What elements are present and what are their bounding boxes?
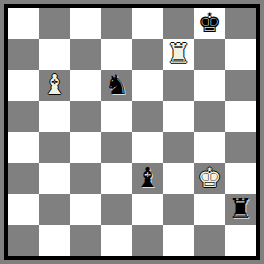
square-c7[interactable]: [70, 39, 101, 70]
square-c2[interactable]: [70, 194, 101, 225]
square-g7[interactable]: [194, 39, 225, 70]
square-g8[interactable]: ♚: [194, 8, 225, 39]
square-d5[interactable]: [101, 101, 132, 132]
square-h8[interactable]: [225, 8, 256, 39]
square-h7[interactable]: [225, 39, 256, 70]
square-e7[interactable]: [132, 39, 163, 70]
board-border: ♚♜♝♞♝♚♜: [4, 4, 260, 260]
square-h1[interactable]: [225, 225, 256, 256]
square-a5[interactable]: [8, 101, 39, 132]
square-d4[interactable]: [101, 132, 132, 163]
square-g2[interactable]: [194, 194, 225, 225]
square-f5[interactable]: [163, 101, 194, 132]
square-h5[interactable]: [225, 101, 256, 132]
square-f4[interactable]: [163, 132, 194, 163]
black-knight: ♞: [104, 70, 128, 100]
square-c5[interactable]: [70, 101, 101, 132]
chess-board: ♚♜♝♞♝♚♜: [8, 8, 256, 256]
square-c1[interactable]: [70, 225, 101, 256]
square-a2[interactable]: [8, 194, 39, 225]
square-c4[interactable]: [70, 132, 101, 163]
square-c3[interactable]: [70, 163, 101, 194]
square-g4[interactable]: [194, 132, 225, 163]
square-c8[interactable]: [70, 8, 101, 39]
square-f6[interactable]: [163, 70, 194, 101]
square-e6[interactable]: [132, 70, 163, 101]
square-b1[interactable]: [39, 225, 70, 256]
square-g6[interactable]: [194, 70, 225, 101]
square-h4[interactable]: [225, 132, 256, 163]
square-e5[interactable]: [132, 101, 163, 132]
square-g5[interactable]: [194, 101, 225, 132]
square-g1[interactable]: [194, 225, 225, 256]
square-g3[interactable]: ♚: [194, 163, 225, 194]
square-f7[interactable]: ♜: [163, 39, 194, 70]
square-c6[interactable]: [70, 70, 101, 101]
square-b5[interactable]: [39, 101, 70, 132]
square-d8[interactable]: [101, 8, 132, 39]
square-h3[interactable]: [225, 163, 256, 194]
square-b3[interactable]: [39, 163, 70, 194]
black-king: ♚: [197, 8, 221, 38]
black-bishop: ♝: [135, 163, 159, 193]
square-f8[interactable]: [163, 8, 194, 39]
square-a1[interactable]: [8, 225, 39, 256]
square-f1[interactable]: [163, 225, 194, 256]
white-rook: ♜: [166, 39, 190, 69]
square-b6[interactable]: ♝: [39, 70, 70, 101]
square-e3[interactable]: ♝: [132, 163, 163, 194]
square-b8[interactable]: [39, 8, 70, 39]
square-h2[interactable]: ♜: [225, 194, 256, 225]
square-d2[interactable]: [101, 194, 132, 225]
square-d6[interactable]: ♞: [101, 70, 132, 101]
square-e1[interactable]: [132, 225, 163, 256]
square-d1[interactable]: [101, 225, 132, 256]
square-a6[interactable]: [8, 70, 39, 101]
square-f2[interactable]: [163, 194, 194, 225]
square-a8[interactable]: [8, 8, 39, 39]
square-a4[interactable]: [8, 132, 39, 163]
board-frame: ♚♜♝♞♝♚♜: [0, 0, 264, 264]
square-f3[interactable]: [163, 163, 194, 194]
square-a7[interactable]: [8, 39, 39, 70]
square-e2[interactable]: [132, 194, 163, 225]
square-h6[interactable]: [225, 70, 256, 101]
square-b2[interactable]: [39, 194, 70, 225]
white-bishop: ♝: [42, 70, 66, 100]
square-d3[interactable]: [101, 163, 132, 194]
square-d7[interactable]: [101, 39, 132, 70]
black-rook: ♜: [228, 194, 252, 224]
square-a3[interactable]: [8, 163, 39, 194]
white-king: ♚: [197, 163, 221, 193]
square-b4[interactable]: [39, 132, 70, 163]
square-b7[interactable]: [39, 39, 70, 70]
square-e8[interactable]: [132, 8, 163, 39]
square-e4[interactable]: [132, 132, 163, 163]
